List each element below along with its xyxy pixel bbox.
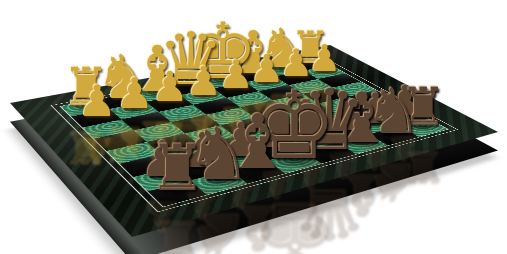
piece-reflection: ♜: [149, 212, 206, 254]
gold-pawn-icon: ♟: [78, 80, 117, 124]
piece-reflection: ♟: [78, 131, 117, 168]
gold-pawn-icon: ♟: [218, 55, 253, 95]
chess-set-photo: ♜♜♞♞♝♝♛♛♚♚♝♝♞♞♜♜♟♟♟♟♟♟♟♟♟♟♟♟♟♟♟♟♟♟♟♟♟♟♟♟…: [0, 0, 507, 254]
gold-pawn-icon: ♟: [115, 73, 153, 115]
pieces-layer: ♜♜♞♞♝♝♛♛♚♚♝♝♞♞♜♜♟♟♟♟♟♟♟♟♟♟♟♟♟♟♟♟♟♟♟♟♟♟♟♟…: [0, 0, 507, 254]
gold-pawn-icon: ♟: [186, 61, 222, 101]
gold-pawn-icon: ♟: [151, 67, 188, 108]
bronze-rook-icon: ♜: [149, 137, 206, 200]
